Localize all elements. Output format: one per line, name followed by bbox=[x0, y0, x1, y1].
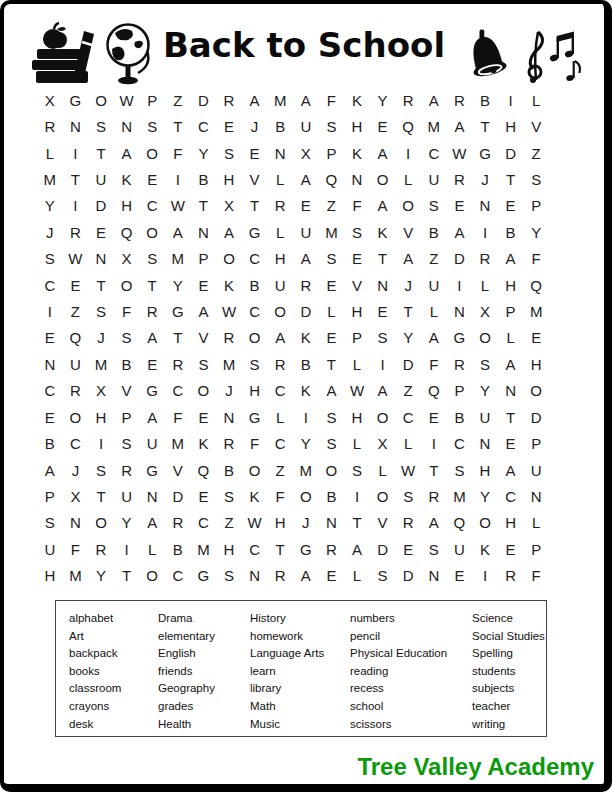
grid-cell[interactable]: R bbox=[267, 193, 293, 219]
grid-cell[interactable]: K bbox=[472, 536, 498, 562]
grid-cell[interactable]: R bbox=[267, 563, 293, 589]
grid-cell[interactable]: A bbox=[421, 87, 447, 113]
grid-cell[interactable]: A bbox=[498, 457, 524, 483]
grid-cell[interactable]: S bbox=[88, 113, 114, 139]
grid-cell[interactable]: B bbox=[242, 272, 268, 298]
grid-cell[interactable]: S bbox=[319, 113, 345, 139]
grid-cell[interactable]: A bbox=[139, 404, 165, 430]
grid-cell[interactable]: H bbox=[472, 457, 498, 483]
grid-cell[interactable]: R bbox=[63, 219, 89, 245]
grid-cell[interactable]: M bbox=[447, 483, 473, 509]
grid-cell[interactable]: Z bbox=[267, 457, 293, 483]
grid-cell[interactable]: Y bbox=[88, 563, 114, 589]
grid-cell[interactable]: L bbox=[370, 457, 396, 483]
grid-cell[interactable]: W bbox=[395, 457, 421, 483]
grid-cell[interactable]: F bbox=[523, 246, 549, 272]
grid-cell[interactable]: T bbox=[88, 483, 114, 509]
grid-cell[interactable]: A bbox=[242, 87, 268, 113]
grid-cell[interactable]: R bbox=[165, 351, 191, 377]
grid-cell[interactable]: T bbox=[498, 166, 524, 192]
grid-cell[interactable]: K bbox=[242, 483, 268, 509]
grid-cell[interactable]: Z bbox=[395, 378, 421, 404]
letter-grid[interactable]: XGOWPZDRAMAFKYRARBILRNSNSTCEJBUSHEQMATHV… bbox=[37, 87, 549, 589]
grid-cell[interactable]: F bbox=[344, 193, 370, 219]
grid-cell[interactable]: H bbox=[344, 113, 370, 139]
grid-cell[interactable]: O bbox=[472, 325, 498, 351]
grid-cell[interactable]: E bbox=[498, 430, 524, 456]
grid-cell[interactable]: L bbox=[421, 298, 447, 324]
grid-cell[interactable]: N bbox=[370, 272, 396, 298]
grid-cell[interactable]: S bbox=[114, 430, 140, 456]
grid-cell[interactable]: D bbox=[191, 87, 217, 113]
grid-cell[interactable]: H bbox=[216, 166, 242, 192]
grid-cell[interactable]: G bbox=[447, 325, 473, 351]
grid-cell[interactable]: C bbox=[242, 298, 268, 324]
grid-cell[interactable]: A bbox=[370, 140, 396, 166]
grid-cell[interactable]: A bbox=[114, 140, 140, 166]
grid-cell[interactable]: A bbox=[37, 457, 63, 483]
grid-cell[interactable]: S bbox=[139, 246, 165, 272]
grid-cell[interactable]: H bbox=[267, 510, 293, 536]
grid-cell[interactable]: P bbox=[319, 140, 345, 166]
grid-cell[interactable]: D bbox=[498, 140, 524, 166]
grid-cell[interactable]: H bbox=[88, 404, 114, 430]
grid-cell[interactable]: E bbox=[319, 272, 345, 298]
grid-cell[interactable]: B bbox=[498, 219, 524, 245]
grid-cell[interactable]: S bbox=[216, 140, 242, 166]
grid-cell[interactable]: S bbox=[319, 430, 345, 456]
grid-cell[interactable]: Y bbox=[37, 193, 63, 219]
grid-cell[interactable]: I bbox=[165, 166, 191, 192]
grid-cell[interactable]: I bbox=[370, 351, 396, 377]
grid-cell[interactable]: O bbox=[63, 404, 89, 430]
grid-cell[interactable]: G bbox=[139, 457, 165, 483]
grid-cell[interactable]: B bbox=[267, 113, 293, 139]
grid-cell[interactable]: N bbox=[88, 246, 114, 272]
grid-cell[interactable]: T bbox=[498, 404, 524, 430]
grid-cell[interactable]: C bbox=[165, 563, 191, 589]
grid-cell[interactable]: S bbox=[370, 563, 396, 589]
grid-cell[interactable]: S bbox=[344, 457, 370, 483]
grid-cell[interactable]: V bbox=[370, 510, 396, 536]
grid-cell[interactable]: G bbox=[191, 563, 217, 589]
grid-cell[interactable]: A bbox=[447, 113, 473, 139]
grid-cell[interactable]: I bbox=[421, 430, 447, 456]
grid-cell[interactable]: E bbox=[63, 272, 89, 298]
grid-cell[interactable]: X bbox=[88, 378, 114, 404]
grid-cell[interactable]: O bbox=[114, 272, 140, 298]
grid-cell[interactable]: M bbox=[165, 430, 191, 456]
grid-cell[interactable]: O bbox=[242, 325, 268, 351]
grid-cell[interactable]: E bbox=[370, 113, 396, 139]
grid-cell[interactable]: N bbox=[421, 563, 447, 589]
grid-cell[interactable]: Z bbox=[216, 510, 242, 536]
grid-cell[interactable]: V bbox=[344, 272, 370, 298]
grid-cell[interactable]: H bbox=[498, 272, 524, 298]
grid-cell[interactable]: L bbox=[319, 298, 345, 324]
grid-cell[interactable]: A bbox=[370, 193, 396, 219]
grid-cell[interactable]: I bbox=[472, 219, 498, 245]
grid-cell[interactable]: O bbox=[370, 166, 396, 192]
grid-cell[interactable]: W bbox=[447, 140, 473, 166]
grid-cell[interactable]: P bbox=[523, 536, 549, 562]
grid-cell[interactable]: D bbox=[447, 246, 473, 272]
grid-cell[interactable]: U bbox=[523, 457, 549, 483]
grid-cell[interactable]: N bbox=[37, 351, 63, 377]
grid-cell[interactable]: P bbox=[498, 298, 524, 324]
grid-cell[interactable]: R bbox=[216, 87, 242, 113]
grid-cell[interactable]: Z bbox=[421, 246, 447, 272]
grid-cell[interactable]: E bbox=[498, 193, 524, 219]
grid-cell[interactable]: M bbox=[319, 219, 345, 245]
grid-cell[interactable]: D bbox=[293, 298, 319, 324]
grid-cell[interactable]: Z bbox=[165, 87, 191, 113]
grid-cell[interactable]: B bbox=[319, 483, 345, 509]
grid-cell[interactable]: E bbox=[319, 563, 345, 589]
grid-cell[interactable]: E bbox=[319, 325, 345, 351]
grid-cell[interactable]: H bbox=[523, 351, 549, 377]
grid-cell[interactable]: R bbox=[395, 510, 421, 536]
grid-cell[interactable]: L bbox=[395, 166, 421, 192]
grid-cell[interactable]: L bbox=[267, 166, 293, 192]
grid-cell[interactable]: F bbox=[63, 536, 89, 562]
grid-cell[interactable]: C bbox=[242, 246, 268, 272]
grid-cell[interactable]: S bbox=[88, 457, 114, 483]
grid-cell[interactable]: B bbox=[114, 351, 140, 377]
grid-cell[interactable]: T bbox=[165, 325, 191, 351]
grid-cell[interactable]: M bbox=[191, 536, 217, 562]
grid-cell[interactable]: P bbox=[447, 378, 473, 404]
grid-cell[interactable]: S bbox=[472, 351, 498, 377]
grid-cell[interactable]: L bbox=[344, 563, 370, 589]
grid-cell[interactable]: E bbox=[37, 404, 63, 430]
grid-cell[interactable]: Y bbox=[472, 378, 498, 404]
grid-cell[interactable]: N bbox=[319, 510, 345, 536]
grid-cell[interactable]: R bbox=[216, 325, 242, 351]
grid-cell[interactable]: U bbox=[472, 404, 498, 430]
grid-cell[interactable]: B bbox=[216, 457, 242, 483]
grid-cell[interactable]: P bbox=[344, 325, 370, 351]
grid-cell[interactable]: O bbox=[139, 563, 165, 589]
grid-cell[interactable]: D bbox=[88, 193, 114, 219]
grid-cell[interactable]: O bbox=[242, 457, 268, 483]
grid-cell[interactable]: D bbox=[395, 563, 421, 589]
grid-cell[interactable]: R bbox=[37, 113, 63, 139]
grid-cell[interactable]: C bbox=[139, 193, 165, 219]
grid-cell[interactable]: N bbox=[472, 430, 498, 456]
grid-cell[interactable]: K bbox=[114, 166, 140, 192]
grid-cell[interactable]: B bbox=[191, 166, 217, 192]
grid-cell[interactable]: L bbox=[139, 536, 165, 562]
grid-cell[interactable]: U bbox=[37, 536, 63, 562]
grid-cell[interactable]: H bbox=[114, 193, 140, 219]
grid-cell[interactable]: K bbox=[191, 430, 217, 456]
grid-cell[interactable]: E bbox=[523, 325, 549, 351]
grid-cell[interactable]: F bbox=[421, 351, 447, 377]
grid-cell[interactable]: R bbox=[421, 483, 447, 509]
grid-cell[interactable]: C bbox=[395, 404, 421, 430]
grid-cell[interactable]: T bbox=[191, 193, 217, 219]
grid-cell[interactable]: C bbox=[242, 536, 268, 562]
grid-cell[interactable]: D bbox=[370, 536, 396, 562]
grid-cell[interactable]: R bbox=[216, 430, 242, 456]
grid-cell[interactable]: R bbox=[114, 457, 140, 483]
grid-cell[interactable]: E bbox=[88, 219, 114, 245]
grid-cell[interactable]: F bbox=[114, 298, 140, 324]
grid-cell[interactable]: E bbox=[191, 483, 217, 509]
grid-cell[interactable]: U bbox=[139, 430, 165, 456]
grid-cell[interactable]: E bbox=[447, 563, 473, 589]
grid-cell[interactable]: Y bbox=[370, 87, 396, 113]
grid-cell[interactable]: B bbox=[37, 430, 63, 456]
grid-cell[interactable]: K bbox=[344, 87, 370, 113]
grid-cell[interactable]: T bbox=[165, 113, 191, 139]
grid-cell[interactable]: R bbox=[139, 298, 165, 324]
grid-cell[interactable]: N bbox=[498, 378, 524, 404]
grid-cell[interactable]: D bbox=[165, 483, 191, 509]
grid-cell[interactable]: O bbox=[370, 404, 396, 430]
grid-cell[interactable]: L bbox=[344, 351, 370, 377]
grid-cell[interactable]: L bbox=[344, 430, 370, 456]
grid-cell[interactable]: I bbox=[37, 298, 63, 324]
grid-cell[interactable]: N bbox=[216, 404, 242, 430]
grid-cell[interactable]: O bbox=[395, 193, 421, 219]
grid-cell[interactable]: E bbox=[37, 325, 63, 351]
grid-cell[interactable]: B bbox=[447, 404, 473, 430]
grid-cell[interactable]: X bbox=[114, 246, 140, 272]
grid-cell[interactable]: V bbox=[114, 378, 140, 404]
grid-cell[interactable]: S bbox=[344, 219, 370, 245]
grid-cell[interactable]: O bbox=[523, 378, 549, 404]
grid-cell[interactable]: B bbox=[293, 351, 319, 377]
grid-cell[interactable]: H bbox=[242, 378, 268, 404]
grid-cell[interactable]: P bbox=[191, 246, 217, 272]
grid-cell[interactable]: N bbox=[447, 298, 473, 324]
grid-cell[interactable]: S bbox=[88, 298, 114, 324]
grid-cell[interactable]: I bbox=[63, 193, 89, 219]
grid-cell[interactable]: E bbox=[191, 272, 217, 298]
grid-cell[interactable]: S bbox=[191, 351, 217, 377]
grid-cell[interactable]: A bbox=[395, 246, 421, 272]
grid-cell[interactable]: A bbox=[267, 325, 293, 351]
grid-cell[interactable]: A bbox=[498, 351, 524, 377]
grid-cell[interactable]: X bbox=[63, 483, 89, 509]
grid-cell[interactable]: P bbox=[139, 87, 165, 113]
grid-cell[interactable]: L bbox=[523, 87, 549, 113]
grid-cell[interactable]: Y bbox=[523, 219, 549, 245]
grid-cell[interactable]: K bbox=[370, 219, 396, 245]
grid-cell[interactable]: C bbox=[498, 483, 524, 509]
grid-cell[interactable]: R bbox=[447, 166, 473, 192]
grid-cell[interactable]: S bbox=[242, 351, 268, 377]
grid-cell[interactable]: C bbox=[421, 140, 447, 166]
grid-cell[interactable]: E bbox=[344, 246, 370, 272]
grid-cell[interactable]: A bbox=[293, 166, 319, 192]
grid-cell[interactable]: O bbox=[319, 457, 345, 483]
grid-cell[interactable]: Q bbox=[523, 272, 549, 298]
grid-cell[interactable]: G bbox=[165, 298, 191, 324]
grid-cell[interactable]: S bbox=[114, 325, 140, 351]
grid-cell[interactable]: I bbox=[472, 563, 498, 589]
grid-cell[interactable]: Z bbox=[63, 298, 89, 324]
grid-cell[interactable]: Q bbox=[191, 457, 217, 483]
grid-cell[interactable]: C bbox=[63, 430, 89, 456]
grid-cell[interactable]: C bbox=[191, 510, 217, 536]
grid-cell[interactable]: V bbox=[191, 325, 217, 351]
grid-cell[interactable]: Y bbox=[191, 140, 217, 166]
grid-cell[interactable]: A bbox=[139, 510, 165, 536]
grid-cell[interactable]: K bbox=[293, 378, 319, 404]
grid-cell[interactable]: F bbox=[242, 430, 268, 456]
grid-cell[interactable]: L bbox=[395, 430, 421, 456]
grid-cell[interactable]: J bbox=[395, 272, 421, 298]
grid-cell[interactable]: A bbox=[216, 219, 242, 245]
grid-cell[interactable]: Q bbox=[63, 325, 89, 351]
grid-cell[interactable]: M bbox=[37, 166, 63, 192]
grid-cell[interactable]: F bbox=[319, 87, 345, 113]
grid-cell[interactable]: K bbox=[344, 140, 370, 166]
grid-cell[interactable]: L bbox=[267, 404, 293, 430]
grid-cell[interactable]: X bbox=[37, 87, 63, 113]
grid-cell[interactable]: Z bbox=[523, 140, 549, 166]
grid-cell[interactable]: I bbox=[293, 404, 319, 430]
grid-cell[interactable]: D bbox=[523, 404, 549, 430]
grid-cell[interactable]: V bbox=[395, 219, 421, 245]
grid-cell[interactable]: C bbox=[165, 378, 191, 404]
grid-cell[interactable]: L bbox=[498, 325, 524, 351]
grid-cell[interactable]: U bbox=[63, 351, 89, 377]
grid-cell[interactable]: O bbox=[191, 378, 217, 404]
grid-cell[interactable]: W bbox=[63, 246, 89, 272]
grid-cell[interactable]: L bbox=[523, 510, 549, 536]
grid-cell[interactable]: P bbox=[523, 193, 549, 219]
grid-cell[interactable]: Q bbox=[319, 166, 345, 192]
grid-cell[interactable]: S bbox=[139, 113, 165, 139]
grid-cell[interactable]: S bbox=[216, 563, 242, 589]
grid-cell[interactable]: C bbox=[191, 113, 217, 139]
grid-cell[interactable]: U bbox=[293, 219, 319, 245]
grid-cell[interactable]: K bbox=[293, 325, 319, 351]
grid-cell[interactable]: R bbox=[293, 272, 319, 298]
grid-cell[interactable]: A bbox=[319, 378, 345, 404]
grid-cell[interactable]: V bbox=[523, 113, 549, 139]
grid-cell[interactable]: O bbox=[216, 246, 242, 272]
grid-cell[interactable]: S bbox=[37, 510, 63, 536]
grid-cell[interactable]: X bbox=[472, 298, 498, 324]
grid-cell[interactable]: E bbox=[395, 536, 421, 562]
grid-cell[interactable]: U bbox=[421, 272, 447, 298]
grid-cell[interactable]: R bbox=[267, 351, 293, 377]
grid-cell[interactable]: Y bbox=[472, 483, 498, 509]
grid-cell[interactable]: T bbox=[472, 113, 498, 139]
grid-cell[interactable]: A bbox=[370, 378, 396, 404]
grid-cell[interactable]: A bbox=[421, 325, 447, 351]
grid-cell[interactable]: S bbox=[37, 246, 63, 272]
grid-cell[interactable]: R bbox=[447, 351, 473, 377]
grid-cell[interactable]: H bbox=[498, 510, 524, 536]
grid-cell[interactable]: I bbox=[114, 536, 140, 562]
grid-cell[interactable]: P bbox=[523, 430, 549, 456]
grid-cell[interactable]: O bbox=[139, 219, 165, 245]
grid-cell[interactable]: I bbox=[63, 140, 89, 166]
grid-cell[interactable]: R bbox=[63, 378, 89, 404]
grid-cell[interactable]: P bbox=[37, 483, 63, 509]
grid-cell[interactable]: W bbox=[344, 378, 370, 404]
grid-cell[interactable]: Y bbox=[293, 430, 319, 456]
grid-cell[interactable]: S bbox=[421, 536, 447, 562]
grid-cell[interactable]: X bbox=[216, 193, 242, 219]
grid-cell[interactable]: J bbox=[293, 510, 319, 536]
grid-cell[interactable]: H bbox=[344, 298, 370, 324]
grid-cell[interactable]: S bbox=[319, 404, 345, 430]
grid-cell[interactable]: E bbox=[139, 351, 165, 377]
grid-cell[interactable]: N bbox=[344, 166, 370, 192]
grid-cell[interactable]: R bbox=[88, 536, 114, 562]
grid-cell[interactable]: F bbox=[165, 140, 191, 166]
grid-cell[interactable]: Y bbox=[114, 510, 140, 536]
grid-cell[interactable]: I bbox=[344, 483, 370, 509]
grid-cell[interactable]: O bbox=[293, 483, 319, 509]
grid-cell[interactable]: H bbox=[267, 246, 293, 272]
grid-cell[interactable]: G bbox=[63, 87, 89, 113]
grid-cell[interactable]: T bbox=[88, 140, 114, 166]
grid-cell[interactable]: M bbox=[216, 351, 242, 377]
grid-cell[interactable]: S bbox=[421, 193, 447, 219]
grid-cell[interactable]: F bbox=[267, 483, 293, 509]
grid-cell[interactable]: A bbox=[139, 325, 165, 351]
grid-cell[interactable]: C bbox=[447, 430, 473, 456]
grid-cell[interactable]: E bbox=[139, 166, 165, 192]
grid-cell[interactable]: E bbox=[293, 193, 319, 219]
grid-cell[interactable]: R bbox=[498, 563, 524, 589]
grid-cell[interactable]: A bbox=[421, 510, 447, 536]
grid-cell[interactable]: X bbox=[293, 140, 319, 166]
grid-cell[interactable]: A bbox=[165, 219, 191, 245]
grid-cell[interactable]: A bbox=[498, 246, 524, 272]
grid-cell[interactable]: P bbox=[114, 404, 140, 430]
grid-cell[interactable]: W bbox=[165, 193, 191, 219]
grid-cell[interactable]: N bbox=[191, 219, 217, 245]
grid-cell[interactable]: M bbox=[88, 351, 114, 377]
grid-cell[interactable]: Z bbox=[319, 193, 345, 219]
grid-cell[interactable]: B bbox=[472, 87, 498, 113]
grid-cell[interactable]: I bbox=[88, 430, 114, 456]
grid-cell[interactable]: A bbox=[293, 87, 319, 113]
grid-cell[interactable]: M bbox=[267, 87, 293, 113]
grid-cell[interactable]: O bbox=[267, 298, 293, 324]
grid-cell[interactable]: T bbox=[88, 272, 114, 298]
grid-cell[interactable]: S bbox=[319, 246, 345, 272]
grid-cell[interactable]: K bbox=[216, 272, 242, 298]
grid-cell[interactable]: E bbox=[242, 140, 268, 166]
grid-cell[interactable]: T bbox=[421, 457, 447, 483]
grid-cell[interactable]: Q bbox=[395, 113, 421, 139]
grid-cell[interactable]: Q bbox=[114, 219, 140, 245]
grid-cell[interactable]: E bbox=[216, 113, 242, 139]
grid-cell[interactable]: S bbox=[523, 166, 549, 192]
grid-cell[interactable]: G bbox=[472, 140, 498, 166]
grid-cell[interactable]: T bbox=[114, 563, 140, 589]
grid-cell[interactable]: H bbox=[216, 536, 242, 562]
grid-cell[interactable]: S bbox=[447, 457, 473, 483]
grid-cell[interactable]: R bbox=[319, 536, 345, 562]
grid-cell[interactable]: U bbox=[267, 272, 293, 298]
grid-cell[interactable]: N bbox=[139, 483, 165, 509]
grid-cell[interactable]: O bbox=[88, 510, 114, 536]
grid-cell[interactable]: H bbox=[344, 404, 370, 430]
grid-cell[interactable]: J bbox=[216, 378, 242, 404]
grid-cell[interactable]: C bbox=[267, 430, 293, 456]
